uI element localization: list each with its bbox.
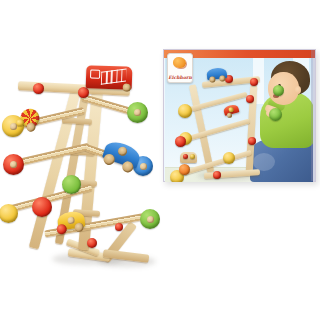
mini-wood-car-dot-yellow [190,154,195,159]
mini-knob-4 [248,137,256,145]
eichhorn-bird-icon [173,57,186,68]
eichhorn-logo-text: Eichhorn [168,75,192,80]
disc-green-bottom-right-peg [147,216,154,223]
knob-foot [87,238,97,248]
product-photo: Eichhorn [0,0,320,320]
disc-yellow-lower-left [0,204,18,223]
yellow-car-wheel-left [56,224,67,235]
yellow-car [55,210,87,237]
mini-knob-2 [250,78,258,86]
mini-knob-3 [246,95,254,103]
mini-red-ball-1 [175,136,186,147]
retail-box: Eichhorn [163,49,316,182]
striped-car [13,105,44,136]
mini-red-ball-2 [179,164,190,175]
red-ball [32,197,52,217]
mini-knob-5 [213,171,221,179]
mini-blue-car [206,67,228,84]
mini-orange-car [223,103,242,119]
fire-truck-wheel [123,83,131,91]
disc-blue-mid-right-peg [140,163,147,170]
fire-truck [86,65,133,93]
mini-orange-car-wheel [226,112,232,118]
yellow-car-wheel-right [74,222,84,232]
knob-rear-leg [115,223,123,231]
disc-green-top-right-peg [134,109,141,116]
mini-blue-car-wheel-right [219,75,226,82]
fire-truck-window [90,69,100,78]
mini-disc-yellow-ramp [223,152,235,164]
knob-top-left [33,83,44,94]
eichhorn-logo-badge: Eichhorn [167,53,193,83]
mini-disc-yellow-1 [178,104,192,118]
mini-blue-car-wheel-left [209,76,216,83]
green-ball [62,175,81,194]
mini-wood-car-dot-red [183,154,188,159]
disc-red-mid-left-peg [10,161,17,168]
box-side-edge [311,50,315,181]
